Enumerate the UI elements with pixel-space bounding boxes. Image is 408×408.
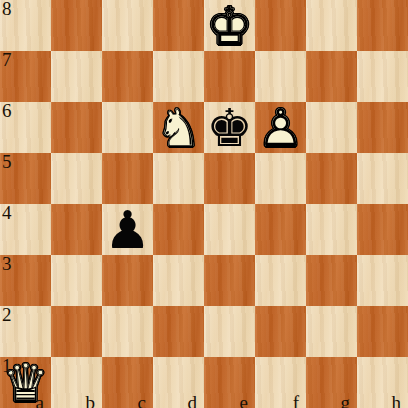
- square-c2[interactable]: [102, 306, 153, 357]
- black-pawn-icon: ♟: [102, 204, 153, 255]
- file-label-g: g: [341, 393, 351, 408]
- square-h7[interactable]: [357, 51, 408, 102]
- black-king-icon: ♚: [204, 102, 255, 153]
- square-a3[interactable]: 3: [0, 255, 51, 306]
- square-d7[interactable]: [153, 51, 204, 102]
- square-e8[interactable]: ♚♔: [204, 0, 255, 51]
- white-pawn-outline-icon: ♙: [255, 102, 306, 153]
- white-knight-outline-icon: ♘: [153, 102, 204, 153]
- file-label-f: f: [293, 393, 299, 408]
- white-queen-outline-icon: ♕: [0, 357, 51, 408]
- square-h4[interactable]: [357, 204, 408, 255]
- square-a5[interactable]: 5: [0, 153, 51, 204]
- square-g4[interactable]: [306, 204, 357, 255]
- square-b8[interactable]: [51, 0, 102, 51]
- square-f7[interactable]: [255, 51, 306, 102]
- chess-board: 8♚♔76♞♘♚♟♙54♟321a♛♕bcdefgh: [0, 0, 408, 408]
- square-a6[interactable]: 6: [0, 102, 51, 153]
- rank-label-6: 6: [2, 102, 12, 120]
- square-g2[interactable]: [306, 306, 357, 357]
- square-c4[interactable]: ♟: [102, 204, 153, 255]
- square-g1[interactable]: g: [306, 357, 357, 408]
- file-label-d: d: [188, 393, 198, 408]
- piece-black-pawn[interactable]: ♟: [102, 204, 153, 255]
- square-b4[interactable]: [51, 204, 102, 255]
- piece-white-knight[interactable]: ♞♘: [153, 102, 204, 153]
- file-label-e: e: [240, 393, 248, 408]
- square-c5[interactable]: [102, 153, 153, 204]
- square-f2[interactable]: [255, 306, 306, 357]
- square-d8[interactable]: [153, 0, 204, 51]
- square-c3[interactable]: [102, 255, 153, 306]
- square-g6[interactable]: [306, 102, 357, 153]
- square-d3[interactable]: [153, 255, 204, 306]
- square-h1[interactable]: h: [357, 357, 408, 408]
- rank-label-3: 3: [2, 255, 12, 273]
- square-c7[interactable]: [102, 51, 153, 102]
- square-a8[interactable]: 8: [0, 0, 51, 51]
- square-b2[interactable]: [51, 306, 102, 357]
- square-h3[interactable]: [357, 255, 408, 306]
- square-e7[interactable]: [204, 51, 255, 102]
- square-f4[interactable]: [255, 204, 306, 255]
- piece-white-king[interactable]: ♚♔: [204, 0, 255, 51]
- square-g8[interactable]: [306, 0, 357, 51]
- square-f5[interactable]: [255, 153, 306, 204]
- square-d5[interactable]: [153, 153, 204, 204]
- square-d1[interactable]: d: [153, 357, 204, 408]
- square-f8[interactable]: [255, 0, 306, 51]
- square-c1[interactable]: c: [102, 357, 153, 408]
- square-b1[interactable]: b: [51, 357, 102, 408]
- square-h8[interactable]: [357, 0, 408, 51]
- square-a7[interactable]: 7: [0, 51, 51, 102]
- square-f3[interactable]: [255, 255, 306, 306]
- piece-white-queen[interactable]: ♛♕: [0, 357, 51, 408]
- square-g3[interactable]: [306, 255, 357, 306]
- square-a4[interactable]: 4: [0, 204, 51, 255]
- white-king-outline-icon: ♔: [204, 0, 255, 51]
- square-d6[interactable]: ♞♘: [153, 102, 204, 153]
- square-f1[interactable]: f: [255, 357, 306, 408]
- piece-black-king[interactable]: ♚: [204, 102, 255, 153]
- rank-label-5: 5: [2, 153, 12, 171]
- square-e2[interactable]: [204, 306, 255, 357]
- square-b5[interactable]: [51, 153, 102, 204]
- rank-label-4: 4: [2, 204, 12, 222]
- rank-label-2: 2: [2, 306, 12, 324]
- square-f6[interactable]: ♟♙: [255, 102, 306, 153]
- square-d4[interactable]: [153, 204, 204, 255]
- square-e5[interactable]: [204, 153, 255, 204]
- square-a1[interactable]: 1a♛♕: [0, 357, 51, 408]
- square-e4[interactable]: [204, 204, 255, 255]
- rank-label-8: 8: [2, 0, 12, 18]
- file-label-b: b: [86, 393, 96, 408]
- file-label-h: h: [392, 393, 402, 408]
- square-g7[interactable]: [306, 51, 357, 102]
- square-e6[interactable]: ♚: [204, 102, 255, 153]
- square-b7[interactable]: [51, 51, 102, 102]
- square-e1[interactable]: e: [204, 357, 255, 408]
- square-h2[interactable]: [357, 306, 408, 357]
- square-b6[interactable]: [51, 102, 102, 153]
- square-h5[interactable]: [357, 153, 408, 204]
- rank-label-7: 7: [2, 51, 12, 69]
- square-d2[interactable]: [153, 306, 204, 357]
- square-e3[interactable]: [204, 255, 255, 306]
- square-c8[interactable]: [102, 0, 153, 51]
- piece-white-pawn[interactable]: ♟♙: [255, 102, 306, 153]
- square-c6[interactable]: [102, 102, 153, 153]
- square-b3[interactable]: [51, 255, 102, 306]
- file-label-c: c: [138, 393, 146, 408]
- square-h6[interactable]: [357, 102, 408, 153]
- square-a2[interactable]: 2: [0, 306, 51, 357]
- square-g5[interactable]: [306, 153, 357, 204]
